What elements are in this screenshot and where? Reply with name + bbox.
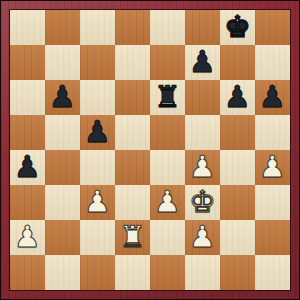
square-b3[interactable]	[45, 185, 80, 220]
piece-white-king[interactable]: ♚	[189, 187, 216, 217]
square-b4[interactable]	[45, 150, 80, 185]
piece-black-pawn[interactable]: ♟	[14, 152, 41, 182]
square-b7[interactable]	[45, 45, 80, 80]
piece-white-pawn[interactable]: ♟	[259, 152, 286, 182]
square-g3[interactable]	[220, 185, 255, 220]
square-h6[interactable]: ♟	[255, 80, 290, 115]
piece-black-pawn[interactable]: ♟	[259, 82, 286, 112]
square-d5[interactable]	[115, 115, 150, 150]
square-a3[interactable]	[10, 185, 45, 220]
square-a1[interactable]	[10, 255, 45, 290]
piece-white-pawn[interactable]: ♟	[189, 222, 216, 252]
square-a4[interactable]: ♟	[10, 150, 45, 185]
square-d4[interactable]	[115, 150, 150, 185]
square-f3[interactable]: ♚	[185, 185, 220, 220]
square-d7[interactable]	[115, 45, 150, 80]
chess-board: ♚♟♟♜♟♟♟♟♟♟♟♟♚♟♜♟	[10, 10, 290, 290]
square-g7[interactable]	[220, 45, 255, 80]
square-d6[interactable]	[115, 80, 150, 115]
square-e4[interactable]	[150, 150, 185, 185]
piece-white-pawn[interactable]: ♟	[154, 187, 181, 217]
square-h8[interactable]	[255, 10, 290, 45]
piece-black-king[interactable]: ♚	[224, 12, 251, 42]
square-f2[interactable]: ♟	[185, 220, 220, 255]
square-e2[interactable]	[150, 220, 185, 255]
square-g2[interactable]	[220, 220, 255, 255]
square-f6[interactable]	[185, 80, 220, 115]
square-d3[interactable]	[115, 185, 150, 220]
square-c8[interactable]	[80, 10, 115, 45]
square-f5[interactable]	[185, 115, 220, 150]
square-g8[interactable]: ♚	[220, 10, 255, 45]
square-a2[interactable]: ♟	[10, 220, 45, 255]
square-g5[interactable]	[220, 115, 255, 150]
square-b2[interactable]	[45, 220, 80, 255]
square-g4[interactable]	[220, 150, 255, 185]
square-b8[interactable]	[45, 10, 80, 45]
square-a5[interactable]	[10, 115, 45, 150]
square-e1[interactable]	[150, 255, 185, 290]
square-e6[interactable]: ♜	[150, 80, 185, 115]
square-h1[interactable]	[255, 255, 290, 290]
square-d8[interactable]	[115, 10, 150, 45]
piece-white-pawn[interactable]: ♟	[14, 222, 41, 252]
square-d1[interactable]	[115, 255, 150, 290]
piece-white-pawn[interactable]: ♟	[189, 152, 216, 182]
square-c6[interactable]	[80, 80, 115, 115]
square-g6[interactable]: ♟	[220, 80, 255, 115]
square-f4[interactable]: ♟	[185, 150, 220, 185]
square-b6[interactable]: ♟	[45, 80, 80, 115]
square-c2[interactable]	[80, 220, 115, 255]
square-h2[interactable]	[255, 220, 290, 255]
piece-black-rook[interactable]: ♜	[154, 82, 181, 112]
piece-black-pawn[interactable]: ♟	[84, 117, 111, 147]
square-h5[interactable]	[255, 115, 290, 150]
square-a8[interactable]	[10, 10, 45, 45]
square-c5[interactable]: ♟	[80, 115, 115, 150]
square-b5[interactable]	[45, 115, 80, 150]
square-h4[interactable]: ♟	[255, 150, 290, 185]
square-a7[interactable]	[10, 45, 45, 80]
square-f1[interactable]	[185, 255, 220, 290]
square-h7[interactable]	[255, 45, 290, 80]
square-h3[interactable]	[255, 185, 290, 220]
square-e5[interactable]	[150, 115, 185, 150]
square-d2[interactable]: ♜	[115, 220, 150, 255]
square-e7[interactable]	[150, 45, 185, 80]
square-e3[interactable]: ♟	[150, 185, 185, 220]
square-b1[interactable]	[45, 255, 80, 290]
square-c1[interactable]	[80, 255, 115, 290]
piece-white-pawn[interactable]: ♟	[84, 187, 111, 217]
square-a6[interactable]	[10, 80, 45, 115]
square-c4[interactable]	[80, 150, 115, 185]
square-c3[interactable]: ♟	[80, 185, 115, 220]
square-c7[interactable]	[80, 45, 115, 80]
square-g1[interactable]	[220, 255, 255, 290]
piece-black-pawn[interactable]: ♟	[189, 47, 216, 77]
square-e8[interactable]	[150, 10, 185, 45]
piece-white-rook[interactable]: ♜	[119, 222, 146, 252]
piece-black-pawn[interactable]: ♟	[224, 82, 251, 112]
piece-black-pawn[interactable]: ♟	[49, 82, 76, 112]
chess-board-frame: ♚♟♟♜♟♟♟♟♟♟♟♟♚♟♜♟	[0, 0, 300, 300]
square-f7[interactable]: ♟	[185, 45, 220, 80]
square-f8[interactable]	[185, 10, 220, 45]
